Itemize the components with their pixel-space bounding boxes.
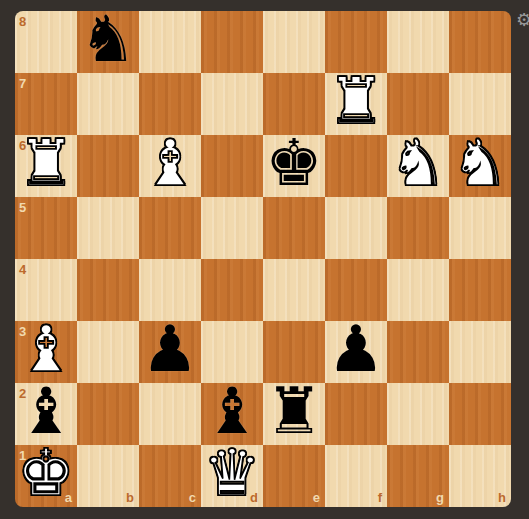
square-e5[interactable] [263,197,325,259]
rank-label-4: 4 [19,263,26,276]
file-label-f: f [378,491,382,504]
piece-black-bishop-a2[interactable]: ♝ [17,379,74,443]
square-d1[interactable]: d♛ [201,445,263,507]
square-a5[interactable]: 5 [15,197,77,259]
square-h6[interactable]: ♞ [449,135,511,197]
square-g2[interactable] [387,383,449,445]
rank-label-5: 5 [19,201,26,214]
square-e4[interactable] [263,259,325,321]
piece-white-rook-f7[interactable]: ♜ [327,69,384,133]
square-c6[interactable]: ♝ [139,135,201,197]
file-label-h: h [498,491,506,504]
square-b6[interactable] [77,135,139,197]
square-e8[interactable] [263,11,325,73]
piece-black-pawn-c3[interactable]: ♟ [141,317,198,381]
square-f7[interactable]: ♜ [325,73,387,135]
rank-label-8: 8 [19,15,26,28]
square-d7[interactable] [201,73,263,135]
square-f6[interactable] [325,135,387,197]
file-label-c: c [189,491,196,504]
piece-white-bishop-c6[interactable]: ♝ [141,131,198,195]
square-h4[interactable] [449,259,511,321]
piece-white-rook-a6[interactable]: ♜ [17,131,74,195]
square-b5[interactable] [77,197,139,259]
square-c5[interactable] [139,197,201,259]
square-g1[interactable]: g [387,445,449,507]
square-c1[interactable]: c [139,445,201,507]
file-label-g: g [436,491,444,504]
piece-white-bishop-a3[interactable]: ♝ [17,317,74,381]
square-c8[interactable] [139,11,201,73]
piece-white-knight-h6[interactable]: ♞ [451,131,508,195]
square-h2[interactable] [449,383,511,445]
square-b3[interactable] [77,321,139,383]
square-a8[interactable]: 8 [15,11,77,73]
square-h8[interactable] [449,11,511,73]
file-label-b: b [126,491,134,504]
square-h5[interactable] [449,197,511,259]
square-e6[interactable]: ♚ [263,135,325,197]
square-d4[interactable] [201,259,263,321]
square-a6[interactable]: 6♜ [15,135,77,197]
square-g8[interactable] [387,11,449,73]
square-h3[interactable] [449,321,511,383]
piece-black-bishop-d2[interactable]: ♝ [203,379,260,443]
square-g5[interactable] [387,197,449,259]
square-a1[interactable]: 1a♚ [15,445,77,507]
square-f2[interactable] [325,383,387,445]
square-g4[interactable] [387,259,449,321]
square-f1[interactable]: f [325,445,387,507]
square-c2[interactable] [139,383,201,445]
chess-board: 8♞7♜6♜♝♚♞♞543♝♟♟2♝♝♜1a♚bcd♛efgh [15,11,511,507]
square-f5[interactable] [325,197,387,259]
piece-white-knight-g6[interactable]: ♞ [389,131,446,195]
square-b7[interactable] [77,73,139,135]
piece-black-knight-b8[interactable]: ♞ [79,11,136,71]
square-e1[interactable]: e [263,445,325,507]
piece-white-king-a1[interactable]: ♚ [17,441,74,505]
square-d6[interactable] [201,135,263,197]
square-h1[interactable]: h [449,445,511,507]
square-b4[interactable] [77,259,139,321]
square-e2[interactable]: ♜ [263,383,325,445]
file-label-e: e [313,491,320,504]
piece-black-pawn-f3[interactable]: ♟ [327,317,384,381]
square-c3[interactable]: ♟ [139,321,201,383]
square-b1[interactable]: b [77,445,139,507]
square-d8[interactable] [201,11,263,73]
settings-gear-icon[interactable]: ⚙ [516,10,529,30]
square-g6[interactable]: ♞ [387,135,449,197]
rank-label-7: 7 [19,77,26,90]
square-d5[interactable] [201,197,263,259]
piece-white-queen-d1[interactable]: ♛ [203,441,260,505]
chess-app: 8♞7♜6♜♝♚♞♞543♝♟♟2♝♝♜1a♚bcd♛efgh ⚙ [0,0,529,519]
piece-black-rook-e2[interactable]: ♜ [265,379,322,443]
square-g3[interactable] [387,321,449,383]
square-f3[interactable]: ♟ [325,321,387,383]
square-b2[interactable] [77,383,139,445]
piece-black-king-e6[interactable]: ♚ [265,131,322,195]
square-b8[interactable]: ♞ [77,11,139,73]
